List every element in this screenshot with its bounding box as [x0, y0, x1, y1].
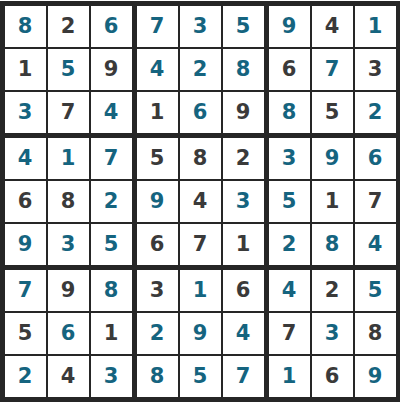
- sudoku-cell-r4c6[interactable]: 2: [223, 138, 264, 179]
- sudoku-cell-r7c3[interactable]: 8: [91, 270, 132, 311]
- sudoku-cell-r2c7[interactable]: 6: [269, 49, 310, 90]
- sudoku-cell-r6c6[interactable]: 1: [223, 224, 264, 265]
- sudoku-cell-r5c3[interactable]: 2: [91, 181, 132, 222]
- sudoku-cell-r6c9[interactable]: 4: [355, 224, 396, 265]
- sudoku-cell-r4c9[interactable]: 6: [355, 138, 396, 179]
- sudoku-cell-r8c1[interactable]: 5: [5, 313, 46, 354]
- sudoku-cell-r2c9[interactable]: 3: [355, 49, 396, 90]
- sudoku-cell-r7c6[interactable]: 6: [223, 270, 264, 311]
- sudoku-cell-r5c1[interactable]: 6: [5, 181, 46, 222]
- sudoku-box: 735428169: [137, 6, 264, 133]
- sudoku-cell-r9c2[interactable]: 4: [48, 356, 89, 397]
- sudoku-cell-r1c2[interactable]: 2: [48, 6, 89, 47]
- sudoku-cell-r7c8[interactable]: 2: [312, 270, 353, 311]
- sudoku-cell-r5c6[interactable]: 3: [223, 181, 264, 222]
- sudoku-cell-r4c3[interactable]: 7: [91, 138, 132, 179]
- sudoku-box: 425738169: [269, 270, 396, 397]
- sudoku-cell-r7c5[interactable]: 1: [180, 270, 221, 311]
- sudoku-cell-r6c2[interactable]: 3: [48, 224, 89, 265]
- sudoku-cell-r1c8[interactable]: 4: [312, 6, 353, 47]
- sudoku-cell-r9c6[interactable]: 7: [223, 356, 264, 397]
- sudoku-cell-r9c3[interactable]: 3: [91, 356, 132, 397]
- sudoku-cell-r2c4[interactable]: 4: [137, 49, 178, 90]
- sudoku-cell-r2c1[interactable]: 1: [5, 49, 46, 90]
- sudoku-cell-r8c6[interactable]: 4: [223, 313, 264, 354]
- sudoku-cell-r5c4[interactable]: 9: [137, 181, 178, 222]
- sudoku-cell-r9c7[interactable]: 1: [269, 356, 310, 397]
- sudoku-cell-r1c4[interactable]: 7: [137, 6, 178, 47]
- sudoku-cell-r4c4[interactable]: 5: [137, 138, 178, 179]
- sudoku-cell-r9c8[interactable]: 6: [312, 356, 353, 397]
- sudoku-cell-r3c3[interactable]: 4: [91, 92, 132, 133]
- sudoku-cell-r3c6[interactable]: 9: [223, 92, 264, 133]
- sudoku-cell-r7c2[interactable]: 9: [48, 270, 89, 311]
- sudoku-cell-r4c1[interactable]: 4: [5, 138, 46, 179]
- sudoku-cell-r5c7[interactable]: 5: [269, 181, 310, 222]
- sudoku-cell-r1c6[interactable]: 5: [223, 6, 264, 47]
- sudoku-cell-r3c9[interactable]: 2: [355, 92, 396, 133]
- sudoku-cell-r5c2[interactable]: 8: [48, 181, 89, 222]
- sudoku-cell-r6c1[interactable]: 9: [5, 224, 46, 265]
- sudoku-board: 8261593747354281699416738524176829355829…: [0, 1, 400, 402]
- sudoku-cell-r8c5[interactable]: 9: [180, 313, 221, 354]
- sudoku-cell-r8c8[interactable]: 3: [312, 313, 353, 354]
- sudoku-cell-r2c6[interactable]: 8: [223, 49, 264, 90]
- sudoku-cell-r3c5[interactable]: 6: [180, 92, 221, 133]
- sudoku-cell-r4c5[interactable]: 8: [180, 138, 221, 179]
- sudoku-cell-r8c9[interactable]: 8: [355, 313, 396, 354]
- sudoku-cell-r9c4[interactable]: 8: [137, 356, 178, 397]
- sudoku-cell-r3c2[interactable]: 7: [48, 92, 89, 133]
- sudoku-box: 417682935: [5, 138, 132, 265]
- sudoku-cell-r9c9[interactable]: 9: [355, 356, 396, 397]
- sudoku-cell-r3c7[interactable]: 8: [269, 92, 310, 133]
- sudoku-box: 941673852: [269, 6, 396, 133]
- sudoku-cell-r6c7[interactable]: 2: [269, 224, 310, 265]
- sudoku-cell-r6c4[interactable]: 6: [137, 224, 178, 265]
- sudoku-cell-r4c2[interactable]: 1: [48, 138, 89, 179]
- sudoku-cell-r4c8[interactable]: 9: [312, 138, 353, 179]
- sudoku-cell-r8c3[interactable]: 1: [91, 313, 132, 354]
- sudoku-cell-r7c9[interactable]: 5: [355, 270, 396, 311]
- sudoku-cell-r1c7[interactable]: 9: [269, 6, 310, 47]
- sudoku-cell-r7c1[interactable]: 7: [5, 270, 46, 311]
- sudoku-cell-r2c5[interactable]: 2: [180, 49, 221, 90]
- page-background: 8261593747354281699416738524176829355829…: [0, 0, 400, 403]
- sudoku-box: 396517284: [269, 138, 396, 265]
- sudoku-box: 798561243: [5, 270, 132, 397]
- sudoku-cell-r8c2[interactable]: 6: [48, 313, 89, 354]
- sudoku-cell-r1c3[interactable]: 6: [91, 6, 132, 47]
- sudoku-cell-r2c2[interactable]: 5: [48, 49, 89, 90]
- sudoku-cell-r2c3[interactable]: 9: [91, 49, 132, 90]
- sudoku-cell-r5c8[interactable]: 1: [312, 181, 353, 222]
- sudoku-cell-r1c5[interactable]: 3: [180, 6, 221, 47]
- sudoku-cell-r9c1[interactable]: 2: [5, 356, 46, 397]
- sudoku-cell-r5c9[interactable]: 7: [355, 181, 396, 222]
- sudoku-box: 316294857: [137, 270, 264, 397]
- sudoku-cell-r6c3[interactable]: 5: [91, 224, 132, 265]
- sudoku-cell-r1c1[interactable]: 8: [5, 6, 46, 47]
- sudoku-box: 826159374: [5, 6, 132, 133]
- sudoku-cell-r5c5[interactable]: 4: [180, 181, 221, 222]
- sudoku-cell-r3c4[interactable]: 1: [137, 92, 178, 133]
- sudoku-cell-r3c1[interactable]: 3: [5, 92, 46, 133]
- sudoku-cell-r7c4[interactable]: 3: [137, 270, 178, 311]
- sudoku-cell-r3c8[interactable]: 5: [312, 92, 353, 133]
- sudoku-cell-r8c4[interactable]: 2: [137, 313, 178, 354]
- sudoku-cell-r4c7[interactable]: 3: [269, 138, 310, 179]
- sudoku-cell-r9c5[interactable]: 5: [180, 356, 221, 397]
- sudoku-cell-r7c7[interactable]: 4: [269, 270, 310, 311]
- sudoku-cell-r1c9[interactable]: 1: [355, 6, 396, 47]
- sudoku-cell-r6c5[interactable]: 7: [180, 224, 221, 265]
- sudoku-box: 582943671: [137, 138, 264, 265]
- sudoku-cell-r2c8[interactable]: 7: [312, 49, 353, 90]
- sudoku-cell-r6c8[interactable]: 8: [312, 224, 353, 265]
- sudoku-cell-r8c7[interactable]: 7: [269, 313, 310, 354]
